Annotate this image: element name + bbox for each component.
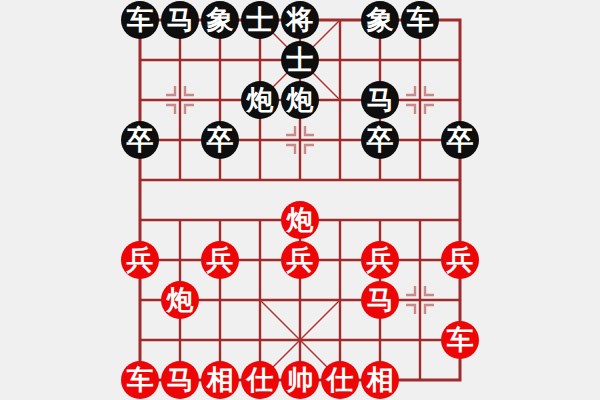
piece-black-elephant[interactable]: 象 (201, 1, 239, 39)
piece-black-horse[interactable]: 马 (361, 81, 399, 119)
piece-black-advisor[interactable]: 士 (241, 1, 279, 39)
piece-black-cannon[interactable]: 炮 (281, 81, 319, 119)
piece-black-cannon[interactable]: 炮 (241, 81, 279, 119)
piece-black-general[interactable]: 将 (281, 1, 319, 39)
piece-red-advisor[interactable]: 仕 (241, 361, 279, 399)
piece-black-soldier[interactable]: 卒 (121, 121, 159, 159)
piece-red-general[interactable]: 帅 (281, 361, 319, 399)
piece-red-soldier[interactable]: 兵 (201, 241, 239, 279)
piece-black-chariot[interactable]: 车 (401, 1, 439, 39)
piece-red-chariot[interactable]: 车 (441, 321, 479, 359)
piece-black-soldier[interactable]: 卒 (201, 121, 239, 159)
piece-red-cannon[interactable]: 炮 (161, 281, 199, 319)
piece-red-horse[interactable]: 马 (161, 361, 199, 399)
piece-black-soldier[interactable]: 卒 (361, 121, 399, 159)
piece-red-soldier[interactable]: 兵 (281, 241, 319, 279)
piece-red-horse[interactable]: 马 (361, 281, 399, 319)
piece-red-elephant[interactable]: 相 (361, 361, 399, 399)
xiangqi-board-screenshot: 车马象士将象车士炮炮马卒卒卒卒炮兵兵兵兵兵炮马车车马相仕帅仕相 (0, 0, 600, 400)
piece-black-soldier[interactable]: 卒 (441, 121, 479, 159)
piece-red-soldier[interactable]: 兵 (361, 241, 399, 279)
piece-black-advisor[interactable]: 士 (281, 41, 319, 79)
piece-red-chariot[interactable]: 车 (121, 361, 159, 399)
piece-red-cannon[interactable]: 炮 (281, 201, 319, 239)
piece-black-horse[interactable]: 马 (161, 1, 199, 39)
piece-red-soldier[interactable]: 兵 (121, 241, 159, 279)
piece-red-elephant[interactable]: 相 (201, 361, 239, 399)
piece-red-advisor[interactable]: 仕 (321, 361, 359, 399)
xiangqi-board: 车马象士将象车士炮炮马卒卒卒卒炮兵兵兵兵兵炮马车车马相仕帅仕相 (120, 0, 480, 400)
piece-black-chariot[interactable]: 车 (121, 1, 159, 39)
piece-red-soldier[interactable]: 兵 (441, 241, 479, 279)
piece-black-elephant[interactable]: 象 (361, 1, 399, 39)
